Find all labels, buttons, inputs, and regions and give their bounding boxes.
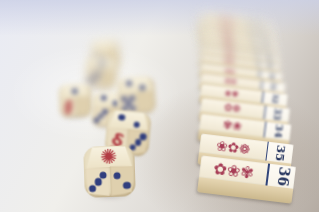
die-pip [130, 105, 136, 111]
die-pip [102, 109, 107, 114]
die-pip [127, 80, 133, 86]
die-pip [101, 95, 106, 100]
die-pip [100, 62, 105, 67]
die-pip [140, 133, 147, 140]
die-top-face: ✺ [86, 146, 133, 168]
die-pip [94, 178, 101, 185]
die-pip [140, 85, 146, 91]
die-pip [73, 89, 78, 94]
die-back [85, 56, 118, 89]
tile-number: 31 [270, 82, 277, 91]
tile-number: 36 [274, 166, 290, 187]
die-pip [114, 172, 121, 179]
die-pip [95, 72, 100, 77]
die-pip [98, 114, 103, 119]
die-pip [134, 139, 141, 146]
die-pip [118, 114, 125, 121]
die-fr-face [100, 69, 116, 88]
tile-number: 30 [269, 72, 275, 80]
die-fl-face [85, 167, 111, 197]
die-pip [133, 121, 140, 128]
photograph-dice-and-number-tiles: ❀✿21✿❀22✾❁23✿❀24❀✾25❁✿26✿✾27❀✿28✾✿29❁❀30… [0, 0, 319, 212]
die-pip [129, 95, 135, 101]
die-pip [91, 76, 96, 81]
die-top-face [60, 84, 90, 99]
die-pip [89, 185, 96, 192]
die-fl-face: § [60, 98, 77, 118]
tile-number: 29 [267, 63, 273, 71]
die-red-symbol: ✺ [98, 145, 120, 169]
tile-number: 35 [273, 143, 287, 161]
die-red-symbol: § [62, 99, 74, 116]
die-pip [100, 171, 107, 178]
die-front: ✺ [83, 145, 136, 198]
tile-number: 34 [272, 124, 284, 139]
die-fr-face [75, 96, 92, 116]
die-fr-face [109, 166, 134, 196]
die-left: § [58, 83, 93, 118]
die-top-face [109, 110, 150, 131]
die-pip [113, 101, 118, 106]
die-pip [88, 79, 93, 84]
die-pip [94, 118, 99, 123]
tile-number-panel: 35 [265, 141, 293, 163]
tile-number: 32 [271, 94, 279, 105]
die-right [117, 76, 156, 115]
die-top-face [88, 57, 117, 72]
tile-number-panel: 36 [266, 164, 296, 190]
die-fr-face [136, 91, 155, 114]
tile-number: 33 [272, 108, 282, 121]
die-pip [123, 182, 130, 189]
